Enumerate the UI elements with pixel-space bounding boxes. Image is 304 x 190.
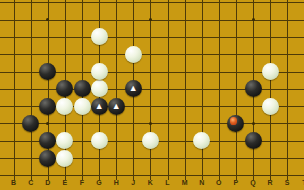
grid-vline: [185, 0, 186, 180]
column-label-D: D: [42, 178, 54, 188]
stone-white-K3: [142, 132, 159, 149]
grid-hline: [0, 37, 304, 38]
stone-white-J8: [125, 46, 142, 63]
stone-white-F5: [74, 98, 91, 115]
column-label-T: T: [298, 178, 304, 188]
column-label-M: M: [179, 178, 191, 188]
column-label-C: C: [25, 178, 37, 188]
stone-black-J6: ▲: [125, 80, 142, 97]
grid-vline: [14, 0, 15, 180]
go-app-screenshot: ▲▲▲ ABCDEFGHJKLMNOPQRST: [0, 0, 304, 190]
grid-vline: [150, 0, 151, 180]
column-label-E: E: [59, 178, 71, 188]
go-board[interactable]: ▲▲▲ ABCDEFGHJKLMNOPQRST: [0, 0, 304, 190]
triangle-marker-icon: ▲: [91, 98, 108, 115]
stone-black-C4: [22, 115, 39, 132]
stone-black-P4: [227, 115, 244, 132]
grid-hline: [0, 54, 304, 55]
column-label-P: P: [230, 178, 242, 188]
column-label-S: S: [281, 178, 293, 188]
stone-black-D7: [39, 63, 56, 80]
grid-vline: [270, 0, 271, 180]
column-label-N: N: [196, 178, 208, 188]
column-label-O: O: [213, 178, 225, 188]
stone-black-E6: [56, 80, 73, 97]
triangle-marker-icon: ▲: [125, 80, 142, 97]
stone-white-R5: [262, 98, 279, 115]
star-point: [149, 122, 152, 125]
stone-black-Q6: [245, 80, 262, 97]
stone-black-D5: [39, 98, 56, 115]
stone-white-R7: [262, 63, 279, 80]
grid-hline: [0, 175, 304, 176]
column-label-A: A: [0, 178, 3, 188]
grid-hline: [0, 2, 304, 3]
stone-white-G6: [91, 80, 108, 97]
grid-vline: [219, 0, 220, 180]
grid-vline: [236, 0, 237, 180]
stone-white-G9: [91, 28, 108, 45]
column-label-F: F: [76, 178, 88, 188]
column-label-G: G: [93, 178, 105, 188]
stone-black-D2: [39, 150, 56, 167]
column-label-Q: Q: [247, 178, 259, 188]
star-point: [46, 122, 49, 125]
column-label-B: B: [8, 178, 20, 188]
column-label-H: H: [110, 178, 122, 188]
stone-black-Q3: [245, 132, 262, 149]
stone-black-F6: [74, 80, 91, 97]
stone-white-N3: [193, 132, 210, 149]
stone-white-G7: [91, 63, 108, 80]
star-point: [149, 18, 152, 21]
grid-vline: [31, 0, 32, 180]
star-point: [252, 122, 255, 125]
stone-white-E2: [56, 150, 73, 167]
stone-white-E3: [56, 132, 73, 149]
triangle-marker-icon: ▲: [108, 98, 125, 115]
star-point: [252, 18, 255, 21]
stone-white-G3: [91, 132, 108, 149]
column-label-J: J: [127, 178, 139, 188]
column-label-L: L: [162, 178, 174, 188]
grid-vline: [168, 0, 169, 180]
column-label-R: R: [264, 178, 276, 188]
grid-vline: [202, 0, 203, 180]
stone-black-D3: [39, 132, 56, 149]
stone-white-E5: [56, 98, 73, 115]
grid-vline: [116, 0, 117, 180]
stone-black-G5: ▲: [91, 98, 108, 115]
last-move-marker-icon: [230, 117, 237, 125]
stone-black-H5: ▲: [108, 98, 125, 115]
star-point: [46, 18, 49, 21]
column-label-K: K: [144, 178, 156, 188]
grid-vline: [287, 0, 288, 180]
